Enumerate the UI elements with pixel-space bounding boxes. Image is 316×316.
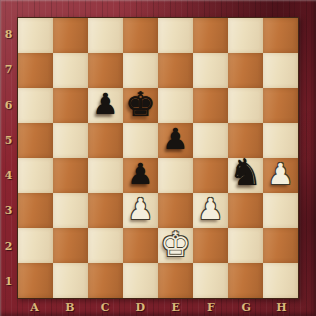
rank-label-1: 1 [0, 264, 17, 299]
square-e4[interactable] [158, 158, 193, 193]
rank-label-5: 5 [0, 123, 17, 158]
square-b7[interactable] [53, 53, 88, 88]
square-d2[interactable] [123, 228, 158, 263]
square-g3[interactable] [228, 193, 263, 228]
square-b8[interactable] [53, 18, 88, 53]
square-d4[interactable]: ♟ [123, 158, 158, 193]
piece-black-pawn[interactable]: ♟ [93, 87, 119, 122]
square-h6[interactable] [263, 88, 298, 123]
piece-black-king[interactable]: ♚ [125, 87, 155, 122]
square-h3[interactable] [263, 193, 298, 228]
chess-board: ♟♚♟♟♞♟♟♟♚ [17, 17, 299, 299]
square-c2[interactable] [88, 228, 123, 263]
square-d7[interactable] [123, 53, 158, 88]
square-d6[interactable]: ♚ [123, 88, 158, 123]
square-b5[interactable] [53, 123, 88, 158]
square-h7[interactable] [263, 53, 298, 88]
piece-white-pawn[interactable]: ♟ [128, 192, 154, 227]
square-g6[interactable] [228, 88, 263, 123]
square-a2[interactable] [18, 228, 53, 263]
rank-labels: 87654321 [0, 17, 17, 299]
square-a7[interactable] [18, 53, 53, 88]
square-c1[interactable] [88, 263, 123, 298]
square-e3[interactable] [158, 193, 193, 228]
square-b3[interactable] [53, 193, 88, 228]
square-f5[interactable] [193, 123, 228, 158]
piece-white-king[interactable]: ♚ [160, 227, 190, 262]
piece-white-pawn[interactable]: ♟ [268, 157, 294, 192]
file-label-g: G [229, 299, 264, 316]
square-g2[interactable] [228, 228, 263, 263]
square-f8[interactable] [193, 18, 228, 53]
square-g1[interactable] [228, 263, 263, 298]
square-h1[interactable] [263, 263, 298, 298]
square-e7[interactable] [158, 53, 193, 88]
piece-black-knight[interactable]: ♞ [229, 155, 262, 190]
file-label-h: H [264, 299, 299, 316]
square-d8[interactable] [123, 18, 158, 53]
rank-label-2: 2 [0, 229, 17, 264]
square-c3[interactable] [88, 193, 123, 228]
square-d5[interactable] [123, 123, 158, 158]
chess-board-frame: 87654321 ABCDEFGH ♟♚♟♟♞♟♟♟♚ [0, 0, 316, 316]
square-e8[interactable] [158, 18, 193, 53]
rank-label-8: 8 [0, 17, 17, 52]
square-a6[interactable] [18, 88, 53, 123]
square-a5[interactable] [18, 123, 53, 158]
square-g7[interactable] [228, 53, 263, 88]
square-g4[interactable]: ♞ [228, 158, 263, 193]
file-label-c: C [88, 299, 123, 316]
square-c6[interactable]: ♟ [88, 88, 123, 123]
square-c8[interactable] [88, 18, 123, 53]
square-a4[interactable] [18, 158, 53, 193]
square-e2[interactable]: ♚ [158, 228, 193, 263]
file-label-b: B [52, 299, 87, 316]
square-c5[interactable] [88, 123, 123, 158]
square-h5[interactable] [263, 123, 298, 158]
square-a8[interactable] [18, 18, 53, 53]
file-labels: ABCDEFGH [17, 299, 299, 316]
square-f3[interactable]: ♟ [193, 193, 228, 228]
piece-white-pawn[interactable]: ♟ [198, 192, 224, 227]
rank-label-6: 6 [0, 88, 17, 123]
rank-label-3: 3 [0, 193, 17, 228]
square-e6[interactable] [158, 88, 193, 123]
square-f1[interactable] [193, 263, 228, 298]
square-h2[interactable] [263, 228, 298, 263]
square-d3[interactable]: ♟ [123, 193, 158, 228]
square-f2[interactable] [193, 228, 228, 263]
square-a1[interactable] [18, 263, 53, 298]
square-h8[interactable] [263, 18, 298, 53]
rank-label-4: 4 [0, 158, 17, 193]
file-label-a: A [17, 299, 52, 316]
file-label-d: D [123, 299, 158, 316]
square-b4[interactable] [53, 158, 88, 193]
square-f6[interactable] [193, 88, 228, 123]
square-g8[interactable] [228, 18, 263, 53]
rank-label-7: 7 [0, 52, 17, 87]
square-f7[interactable] [193, 53, 228, 88]
square-f4[interactable] [193, 158, 228, 193]
square-e5[interactable]: ♟ [158, 123, 193, 158]
file-label-f: F [193, 299, 228, 316]
square-c7[interactable] [88, 53, 123, 88]
square-a3[interactable] [18, 193, 53, 228]
piece-black-pawn[interactable]: ♟ [163, 122, 189, 157]
piece-black-pawn[interactable]: ♟ [128, 157, 154, 192]
square-c4[interactable] [88, 158, 123, 193]
square-b6[interactable] [53, 88, 88, 123]
square-h4[interactable]: ♟ [263, 158, 298, 193]
square-e1[interactable] [158, 263, 193, 298]
square-b1[interactable] [53, 263, 88, 298]
square-d1[interactable] [123, 263, 158, 298]
file-label-e: E [158, 299, 193, 316]
square-b2[interactable] [53, 228, 88, 263]
